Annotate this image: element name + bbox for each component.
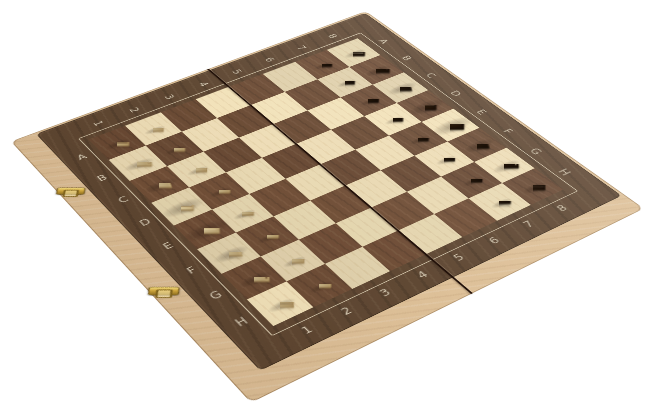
piece-white-pawn[interactable]: ♟ bbox=[318, 284, 320, 286]
piece-black-rook[interactable]: ♜ bbox=[532, 185, 534, 187]
photo-canvas: 11AA22BB33CC44DD55EE66FF77GG88HH ♜♞♝♛♚♝♞… bbox=[0, 0, 660, 407]
chess-board[interactable]: 11AA22BB33CC44DD55EE66FF77GG88HH ♜♞♝♛♚♝♞… bbox=[11, 11, 644, 403]
piece-black-pawn[interactable]: ♟ bbox=[321, 64, 323, 66]
piece-glyph: ♜ bbox=[260, 237, 301, 319]
pieces-layer: ♜♞♝♛♚♝♞♜♟♟♟♟♟♟♟♟♟♟♟♟♟♟♟♟♜♞♝♛♚♝♞♜ bbox=[11, 11, 644, 403]
scene: 11AA22BB33CC44DD55EE66FF77GG88HH ♜♞♝♛♚♝♞… bbox=[0, 0, 660, 407]
piece-glyph: ♟ bbox=[303, 227, 335, 299]
piece-glyph: ♟ bbox=[355, 51, 383, 113]
piece-glyph: ♟ bbox=[404, 87, 433, 151]
